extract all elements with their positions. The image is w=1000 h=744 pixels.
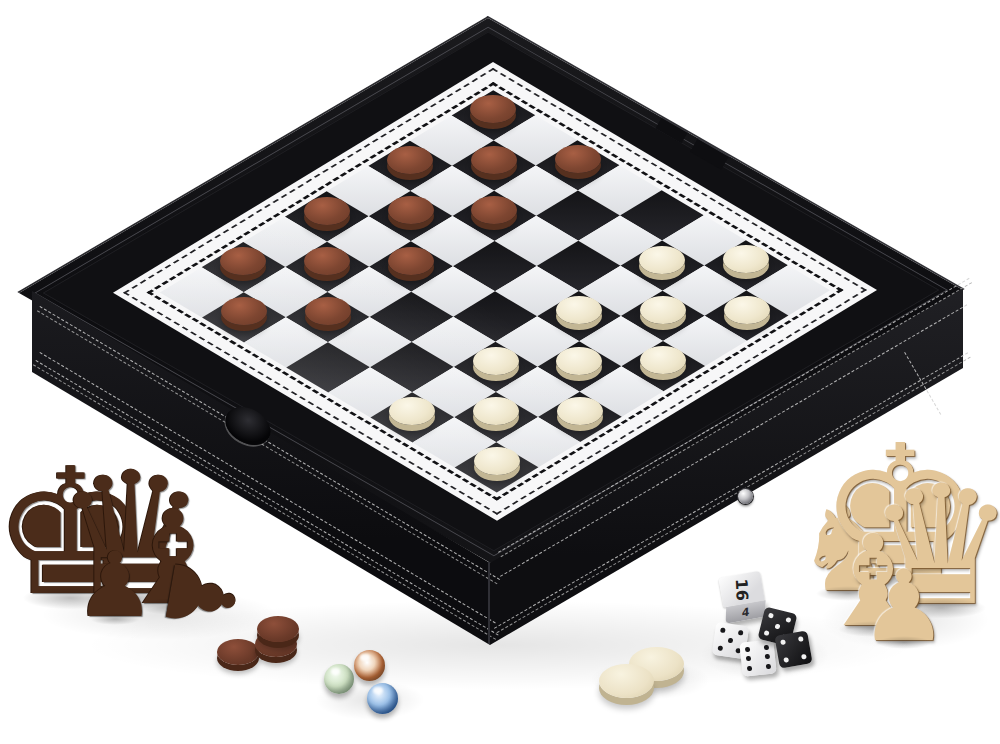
brown-checker-r2c2[interactable] bbox=[471, 146, 517, 174]
cream-checker-r5c7[interactable] bbox=[556, 347, 602, 375]
blue-marble[interactable] bbox=[367, 683, 398, 714]
amber-marble[interactable] bbox=[354, 650, 385, 681]
die-pip bbox=[727, 637, 733, 643]
light-pawn[interactable]: ♟ bbox=[860, 557, 948, 655]
brown-checker-r5c1[interactable] bbox=[304, 197, 350, 225]
die-pip bbox=[763, 630, 769, 636]
cream-checker-r6c8[interactable] bbox=[557, 397, 603, 425]
dark-pawn[interactable]: ♟ bbox=[75, 540, 156, 630]
photo-scene: ♚♛♝♟♟♞♚♛♝♟ 16 4 bbox=[0, 0, 1000, 744]
die-pip bbox=[780, 639, 786, 645]
piece-shadow bbox=[90, 613, 140, 625]
black-die-4[interactable] bbox=[774, 630, 812, 668]
brown-checker-r3c3[interactable] bbox=[471, 196, 517, 224]
die-pip bbox=[720, 627, 726, 633]
drawer-knob[interactable] bbox=[738, 489, 753, 504]
cream-checker-r2c6[interactable] bbox=[639, 246, 685, 274]
cream-checker-r4c6[interactable] bbox=[556, 296, 602, 324]
loose-cream-checker-5[interactable] bbox=[599, 664, 654, 698]
die-pip bbox=[737, 630, 743, 636]
die-pip bbox=[746, 656, 751, 661]
brown-checker-r1c3[interactable] bbox=[555, 145, 601, 173]
cream-checker-r7c7[interactable] bbox=[473, 397, 519, 425]
die-pip bbox=[783, 657, 789, 663]
cream-checker-r3c7[interactable] bbox=[640, 296, 686, 324]
doubling-cube[interactable]: 16 4 bbox=[718, 571, 769, 624]
brown-checker-r4c2[interactable] bbox=[388, 196, 434, 224]
loose-brown-checker-1[interactable] bbox=[217, 639, 259, 665]
doubling-cube-value: 16 bbox=[732, 578, 752, 601]
brown-checker-r5c3[interactable] bbox=[388, 247, 434, 275]
brown-checker-r7c3[interactable] bbox=[305, 297, 351, 325]
die-pip bbox=[745, 647, 750, 652]
die-pip bbox=[797, 636, 803, 642]
white-die-6[interactable] bbox=[739, 639, 776, 676]
sage-marble[interactable] bbox=[324, 664, 354, 694]
cream-checker-r6c6[interactable] bbox=[473, 347, 519, 375]
die-pip bbox=[717, 645, 723, 651]
die-pip bbox=[801, 653, 807, 659]
die-pip bbox=[767, 612, 773, 618]
die-pip bbox=[774, 623, 780, 629]
cream-checker-r8c8[interactable] bbox=[474, 447, 520, 475]
box-corner-seam bbox=[488, 562, 490, 644]
die-pip bbox=[764, 645, 769, 650]
brown-checker-r3c1[interactable] bbox=[387, 146, 433, 174]
dark-pawn-lying[interactable]: ♟ bbox=[150, 548, 253, 643]
die-pip bbox=[765, 654, 770, 659]
piece-shadow bbox=[877, 636, 931, 649]
die-pip bbox=[785, 616, 791, 622]
die-pip bbox=[765, 664, 770, 669]
brown-checker-r6c2[interactable] bbox=[304, 247, 350, 275]
cream-checker-r2c8[interactable] bbox=[724, 296, 770, 324]
die-pip bbox=[747, 665, 752, 670]
loose-brown-checker-3[interactable] bbox=[257, 616, 299, 642]
